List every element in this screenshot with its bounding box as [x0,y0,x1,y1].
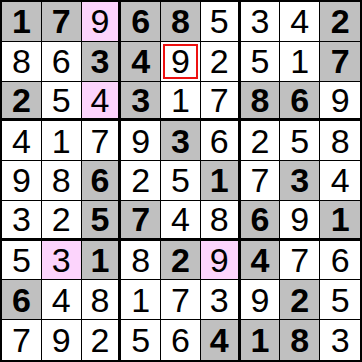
cell-r2c1[interactable]: 8 [2,42,42,82]
cell-r6c9[interactable]: 1 [320,201,360,241]
cell-r9c9[interactable]: 3 [320,320,360,360]
cell-r8c9[interactable]: 5 [320,280,360,320]
cell-r5c6[interactable]: 1 [201,161,241,201]
cell-r5c2[interactable]: 8 [42,161,82,201]
cell-r8c8[interactable]: 2 [280,280,320,320]
cell-r4c2[interactable]: 1 [42,121,82,161]
cell-r3c7[interactable]: 8 [241,82,281,122]
cell-r2c6[interactable]: 2 [201,42,241,82]
cell-r5c5[interactable]: 5 [161,161,201,201]
cell-r4c3[interactable]: 7 [82,121,122,161]
cell-r8c6[interactable]: 3 [201,280,241,320]
cell-r4c9[interactable]: 8 [320,121,360,161]
cell-r5c9[interactable]: 4 [320,161,360,201]
selection-box [163,44,198,79]
cell-r1c2[interactable]: 7 [42,2,82,42]
cell-r6c5[interactable]: 4 [161,201,201,241]
cell-r4c1[interactable]: 4 [2,121,42,161]
cell-r4c8[interactable]: 5 [280,121,320,161]
cell-r2c9[interactable]: 7 [320,42,360,82]
cell-r9c4[interactable]: 5 [121,320,161,360]
cell-r6c6[interactable]: 8 [201,201,241,241]
cell-r8c2[interactable]: 4 [42,280,82,320]
cell-r1c1[interactable]: 1 [2,2,42,42]
cell-r1c5[interactable]: 8 [161,2,201,42]
cell-r1c7[interactable]: 3 [241,2,281,42]
cell-r9c8[interactable]: 8 [280,320,320,360]
cell-r9c7[interactable]: 1 [241,320,281,360]
cell-r4c7[interactable]: 2 [241,121,281,161]
cell-r3c3[interactable]: 4 [82,82,122,122]
cell-r5c3[interactable]: 6 [82,161,122,201]
cell-r2c8[interactable]: 1 [280,42,320,82]
cell-r4c4[interactable]: 9 [121,121,161,161]
cell-r7c3[interactable]: 1 [82,241,122,281]
cell-r1c3[interactable]: 9 [82,2,122,42]
cell-r3c2[interactable]: 5 [42,82,82,122]
cell-r3c9[interactable]: 9 [320,82,360,122]
cell-r8c4[interactable]: 1 [121,280,161,320]
cell-r7c4[interactable]: 8 [121,241,161,281]
cell-r4c5[interactable]: 3 [161,121,201,161]
cell-r5c1[interactable]: 9 [2,161,42,201]
cell-r3c8[interactable]: 6 [280,82,320,122]
cell-r1c9[interactable]: 2 [320,2,360,42]
cell-r7c9[interactable]: 6 [320,241,360,281]
cell-r6c3[interactable]: 5 [82,201,122,241]
cell-r6c4[interactable]: 7 [121,201,161,241]
cell-r8c3[interactable]: 8 [82,280,122,320]
cell-r8c5[interactable]: 7 [161,280,201,320]
cell-r9c2[interactable]: 9 [42,320,82,360]
cell-r9c3[interactable]: 2 [82,320,122,360]
cell-r7c2[interactable]: 3 [42,241,82,281]
cell-r7c5[interactable]: 2 [161,241,201,281]
cell-r2c2[interactable]: 6 [42,42,82,82]
cell-r1c8[interactable]: 4 [280,2,320,42]
cell-r6c2[interactable]: 2 [42,201,82,241]
cell-r8c7[interactable]: 9 [241,280,281,320]
cell-r3c6[interactable]: 7 [201,82,241,122]
cell-r7c6[interactable]: 9 [201,241,241,281]
cell-r7c8[interactable]: 7 [280,241,320,281]
cell-r6c7[interactable]: 6 [241,201,281,241]
cell-r2c3[interactable]: 3 [82,42,122,82]
cell-r7c7[interactable]: 4 [241,241,281,281]
cell-r6c8[interactable]: 9 [280,201,320,241]
cell-r2c5[interactable]: 9 [161,42,201,82]
cell-r2c7[interactable]: 5 [241,42,281,82]
cell-r4c6[interactable]: 6 [201,121,241,161]
cell-r9c6[interactable]: 4 [201,320,241,360]
cell-r9c5[interactable]: 6 [161,320,201,360]
cell-r2c4[interactable]: 4 [121,42,161,82]
cell-r3c4[interactable]: 3 [121,82,161,122]
cell-r3c5[interactable]: 1 [161,82,201,122]
cell-r6c1[interactable]: 3 [2,201,42,241]
cell-r5c4[interactable]: 2 [121,161,161,201]
cell-r1c6[interactable]: 5 [201,2,241,42]
cell-r3c1[interactable]: 2 [2,82,42,122]
cell-r8c1[interactable]: 6 [2,280,42,320]
cell-r7c1[interactable]: 5 [2,241,42,281]
sudoku-board: 1796853428634925172543178694179362589862… [0,0,362,362]
cell-r1c4[interactable]: 6 [121,2,161,42]
cell-r9c1[interactable]: 7 [2,320,42,360]
cell-r5c8[interactable]: 3 [280,161,320,201]
cell-r5c7[interactable]: 7 [241,161,281,201]
